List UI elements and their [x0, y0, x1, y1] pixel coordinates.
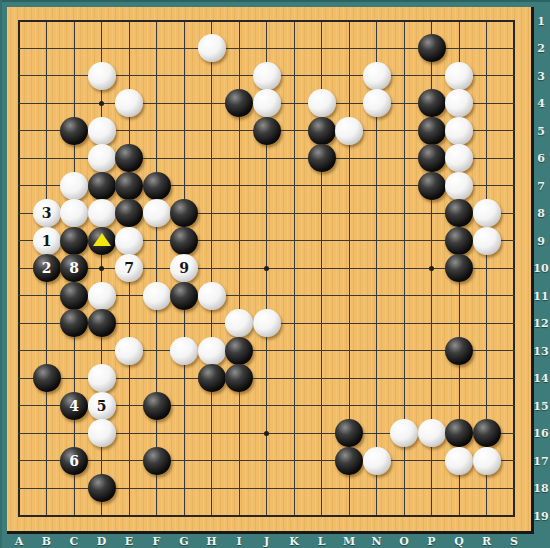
white-stone[interactable]: 5	[88, 392, 116, 420]
black-stone[interactable]	[418, 34, 446, 62]
row-label: 17	[533, 456, 549, 467]
black-stone[interactable]	[445, 419, 473, 447]
star-point	[429, 266, 434, 271]
black-stone[interactable]	[308, 117, 336, 145]
column-label: Q	[451, 536, 467, 547]
move-number-label: 5	[97, 399, 107, 413]
column-label: M	[341, 536, 357, 547]
black-stone[interactable]	[88, 474, 116, 502]
grid-hline	[18, 515, 515, 517]
white-stone[interactable]	[60, 172, 88, 200]
star-point	[264, 431, 269, 436]
black-stone[interactable]	[115, 144, 143, 172]
white-stone[interactable]	[115, 89, 143, 117]
white-stone[interactable]	[308, 89, 336, 117]
white-stone[interactable]: 3	[33, 199, 61, 227]
frame-left-edge	[0, 0, 2, 548]
black-stone[interactable]	[308, 144, 336, 172]
column-label: K	[286, 536, 302, 547]
black-stone[interactable]	[60, 227, 88, 255]
black-stone[interactable]	[253, 117, 281, 145]
black-stone[interactable]	[225, 364, 253, 392]
grid-hline	[18, 350, 515, 351]
column-label: H	[204, 536, 220, 547]
white-stone[interactable]	[88, 117, 116, 145]
column-label: P	[424, 536, 440, 547]
black-stone[interactable]	[60, 282, 88, 310]
white-stone[interactable]	[225, 309, 253, 337]
row-label: 5	[533, 126, 549, 137]
white-stone[interactable]	[198, 34, 226, 62]
row-label: 9	[533, 236, 549, 247]
star-point	[99, 266, 104, 271]
column-label: O	[396, 536, 412, 547]
black-stone[interactable]: 2	[33, 254, 61, 282]
row-label: 4	[533, 98, 549, 109]
white-stone[interactable]	[88, 199, 116, 227]
star-point	[99, 101, 104, 106]
row-label: 6	[533, 153, 549, 164]
white-stone[interactable]	[473, 199, 501, 227]
column-label: R	[479, 536, 495, 547]
black-stone[interactable]	[445, 227, 473, 255]
go-board-screenshot: 312879456 ABCDEFGHIJKLMNOPQRS 1234567891…	[0, 0, 550, 548]
column-label: N	[369, 536, 385, 547]
white-stone[interactable]	[445, 62, 473, 90]
move-number-label: 7	[124, 261, 134, 275]
row-label: 14	[533, 373, 549, 384]
frame-top-edge	[0, 0, 550, 2]
white-stone[interactable]	[363, 62, 391, 90]
black-stone[interactable]	[143, 172, 171, 200]
white-stone[interactable]	[60, 199, 88, 227]
white-stone[interactable]	[198, 282, 226, 310]
white-stone[interactable]	[115, 227, 143, 255]
column-label: E	[121, 536, 137, 547]
white-stone[interactable]: 9	[170, 254, 198, 282]
row-label: 13	[533, 346, 549, 357]
column-label: J	[259, 536, 275, 547]
row-label: 2	[533, 43, 549, 54]
move-number-label: 2	[42, 261, 52, 275]
white-stone[interactable]	[253, 62, 281, 90]
white-stone[interactable]	[363, 89, 391, 117]
black-stone[interactable]	[225, 89, 253, 117]
black-stone[interactable]	[335, 419, 363, 447]
white-stone[interactable]	[445, 144, 473, 172]
black-stone[interactable]	[88, 309, 116, 337]
column-label: I	[231, 536, 247, 547]
black-stone[interactable]: 4	[60, 392, 88, 420]
white-stone[interactable]	[390, 419, 418, 447]
row-label: 11	[533, 291, 549, 302]
move-number-label: 9	[179, 261, 189, 275]
black-stone[interactable]	[445, 254, 473, 282]
move-number-label: 8	[69, 261, 79, 275]
row-label: 15	[533, 401, 549, 412]
white-stone[interactable]	[335, 117, 363, 145]
row-label: 18	[533, 483, 549, 494]
white-stone[interactable]	[445, 447, 473, 475]
move-number-label: 4	[69, 399, 79, 413]
white-stone[interactable]	[88, 62, 116, 90]
white-stone[interactable]	[253, 89, 281, 117]
black-stone[interactable]	[143, 447, 171, 475]
black-stone[interactable]	[60, 117, 88, 145]
row-label: 8	[533, 208, 549, 219]
move-number-label: 6	[69, 454, 79, 468]
column-label: A	[11, 536, 27, 547]
row-label: 10	[533, 263, 549, 274]
black-stone[interactable]	[198, 364, 226, 392]
white-stone[interactable]	[88, 144, 116, 172]
black-stone[interactable]: 8	[60, 254, 88, 282]
white-stone[interactable]	[143, 199, 171, 227]
black-stone[interactable]	[143, 392, 171, 420]
white-stone[interactable]	[88, 282, 116, 310]
column-label: F	[149, 536, 165, 547]
black-stone[interactable]	[115, 172, 143, 200]
row-label: 7	[533, 181, 549, 192]
black-stone[interactable]	[418, 144, 446, 172]
black-stone[interactable]	[88, 172, 116, 200]
column-label: D	[94, 536, 110, 547]
row-label: 19	[533, 511, 549, 522]
black-stone[interactable]	[418, 89, 446, 117]
white-stone[interactable]	[115, 337, 143, 365]
white-stone[interactable]	[418, 419, 446, 447]
black-stone[interactable]	[170, 227, 198, 255]
move-number-label: 3	[42, 206, 52, 220]
white-stone[interactable]	[88, 419, 116, 447]
star-point	[264, 266, 269, 271]
black-stone[interactable]	[115, 199, 143, 227]
black-stone[interactable]	[335, 447, 363, 475]
white-stone[interactable]	[445, 172, 473, 200]
white-stone[interactable]	[143, 282, 171, 310]
white-stone[interactable]	[198, 337, 226, 365]
black-stone[interactable]	[445, 337, 473, 365]
white-stone[interactable]	[253, 309, 281, 337]
move-number-label: 1	[42, 234, 52, 248]
white-stone[interactable]	[473, 227, 501, 255]
row-label: 12	[533, 318, 549, 329]
black-stone[interactable]	[418, 172, 446, 200]
black-stone[interactable]	[60, 309, 88, 337]
column-label: L	[314, 536, 330, 547]
column-label: G	[176, 536, 192, 547]
row-label: 16	[533, 428, 549, 439]
black-stone[interactable]: 6	[60, 447, 88, 475]
black-stone[interactable]	[445, 199, 473, 227]
white-stone[interactable]	[445, 117, 473, 145]
black-stone[interactable]	[170, 199, 198, 227]
column-label: C	[66, 536, 82, 547]
white-stone[interactable]	[473, 447, 501, 475]
black-stone[interactable]	[170, 282, 198, 310]
white-stone[interactable]: 1	[33, 227, 61, 255]
grid-hline	[18, 460, 515, 461]
column-label: B	[39, 536, 55, 547]
white-stone[interactable]	[88, 364, 116, 392]
white-stone[interactable]	[363, 447, 391, 475]
column-label: S	[506, 536, 522, 547]
black-stone[interactable]	[473, 419, 501, 447]
triangle-marker	[93, 233, 111, 246]
white-stone[interactable]: 7	[115, 254, 143, 282]
black-stone[interactable]	[225, 337, 253, 365]
white-stone[interactable]	[170, 337, 198, 365]
black-stone[interactable]	[418, 117, 446, 145]
black-stone[interactable]	[33, 364, 61, 392]
row-label: 3	[533, 71, 549, 82]
row-label: 1	[533, 16, 549, 27]
white-stone[interactable]	[445, 89, 473, 117]
grid-hline	[18, 20, 515, 22]
